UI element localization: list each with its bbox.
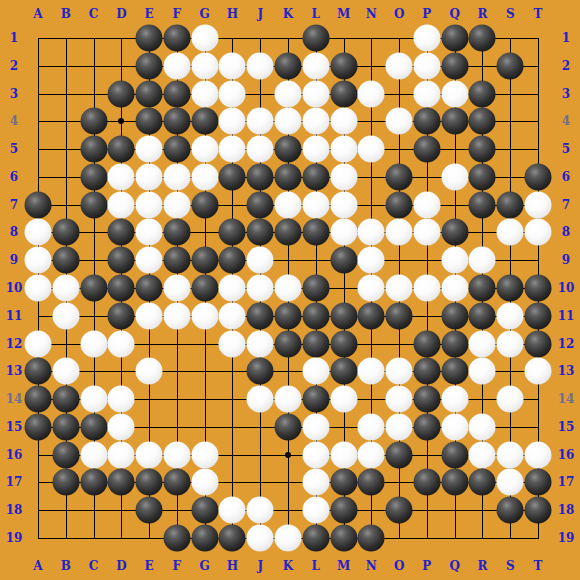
col-label-bottom-C: C [89,560,99,572]
white-stone-F2[interactable] [163,52,190,79]
white-stone-K7[interactable] [275,191,302,218]
white-stone-M5[interactable] [330,136,357,163]
col-label-top-A: A [33,8,42,20]
white-stone-K14[interactable] [275,386,302,413]
white-stone-R15[interactable] [469,413,496,440]
white-stone-H18[interactable] [219,497,246,524]
black-stone-J13[interactable] [247,358,274,385]
white-stone-R13[interactable] [469,358,496,385]
white-stone-H12[interactable] [219,330,246,357]
col-label-bottom-N: N [366,560,377,572]
black-stone-T10[interactable] [525,275,552,302]
black-stone-R3[interactable] [469,80,496,107]
black-stone-G4[interactable] [191,108,218,135]
black-stone-B17[interactable] [52,469,79,496]
black-stone-S2[interactable] [497,52,524,79]
black-stone-R7[interactable] [469,191,496,218]
white-stone-B11[interactable] [52,302,79,329]
black-stone-F9[interactable] [163,247,190,274]
white-stone-J14[interactable] [247,386,274,413]
white-stone-J19[interactable] [247,525,274,552]
white-stone-J5[interactable] [247,136,274,163]
white-stone-O14[interactable] [386,386,413,413]
black-stone-R4[interactable] [469,108,496,135]
white-stone-G17[interactable] [191,469,218,496]
black-stone-H8[interactable] [219,219,246,246]
col-label-top-G: G [200,8,210,20]
black-stone-J8[interactable] [247,219,274,246]
row-label-right-15: 15 [558,421,575,433]
black-stone-R5[interactable] [469,136,496,163]
row-label-left-11: 11 [6,310,23,322]
white-stone-K3[interactable] [275,80,302,107]
col-label-bottom-T: T [534,560,543,572]
white-stone-E6[interactable] [136,163,163,190]
black-stone-K11[interactable] [275,302,302,329]
white-stone-L5[interactable] [302,136,329,163]
col-label-bottom-H: H [227,560,238,572]
col-label-top-R: R [477,8,487,20]
black-stone-N17[interactable] [358,469,385,496]
white-stone-N10[interactable] [358,275,385,302]
white-stone-Q14[interactable] [441,386,468,413]
black-stone-C15[interactable] [80,413,107,440]
row-label-right-3: 3 [562,88,570,100]
white-stone-E5[interactable] [136,136,163,163]
black-stone-R10[interactable] [469,275,496,302]
col-label-top-Q: Q [449,8,459,20]
row-label-left-3: 3 [10,88,18,100]
white-stone-G1[interactable] [191,25,218,52]
row-label-left-9: 9 [10,254,18,266]
white-stone-H10[interactable] [219,275,246,302]
white-stone-J9[interactable] [247,247,274,274]
col-label-top-E: E [145,8,154,20]
col-label-bottom-O: O [394,560,404,572]
white-stone-Q3[interactable] [441,80,468,107]
col-label-bottom-B: B [61,560,71,572]
white-stone-N9[interactable] [358,247,385,274]
white-stone-S12[interactable] [497,330,524,357]
black-stone-T6[interactable] [525,163,552,190]
black-stone-F8[interactable] [163,219,190,246]
white-stone-E11[interactable] [136,302,163,329]
white-stone-N8[interactable] [358,219,385,246]
black-stone-K6[interactable] [275,163,302,190]
white-stone-E13[interactable] [136,358,163,385]
black-stone-L14[interactable] [302,386,329,413]
white-stone-O2[interactable] [386,52,413,79]
black-stone-G10[interactable] [191,275,218,302]
black-stone-P5[interactable] [413,136,440,163]
black-stone-M9[interactable] [330,247,357,274]
black-stone-O16[interactable] [386,441,413,468]
white-stone-O8[interactable] [386,219,413,246]
black-stone-O7[interactable] [386,191,413,218]
black-stone-L12[interactable] [302,330,329,357]
white-stone-C16[interactable] [80,441,107,468]
black-stone-R6[interactable] [469,163,496,190]
white-stone-O15[interactable] [386,413,413,440]
white-stone-F7[interactable] [163,191,190,218]
black-stone-D10[interactable] [108,275,135,302]
white-stone-S16[interactable] [497,441,524,468]
black-stone-L10[interactable] [302,275,329,302]
white-stone-L17[interactable] [302,469,329,496]
white-stone-L18[interactable] [302,497,329,524]
col-label-top-T: T [534,8,543,20]
black-stone-D5[interactable] [108,136,135,163]
white-stone-A8[interactable] [25,219,52,246]
black-stone-K5[interactable] [275,136,302,163]
black-stone-K2[interactable] [275,52,302,79]
black-stone-G19[interactable] [191,525,218,552]
black-stone-C17[interactable] [80,469,107,496]
go-board[interactable]: AABBCCDDEEFFGGHHJJKKLLMMNNOOPPQQRRSSTT11… [0,0,580,580]
white-stone-Q15[interactable] [441,413,468,440]
row-label-right-13: 13 [558,365,575,377]
black-stone-M3[interactable] [330,80,357,107]
white-stone-H4[interactable] [219,108,246,135]
black-stone-D9[interactable] [108,247,135,274]
black-stone-E3[interactable] [136,80,163,107]
white-stone-A9[interactable] [25,247,52,274]
col-label-bottom-R: R [477,560,487,572]
white-stone-H3[interactable] [219,80,246,107]
row-label-left-18: 18 [6,504,23,516]
white-stone-F16[interactable] [163,441,190,468]
col-label-top-K: K [283,8,293,20]
white-stone-H5[interactable] [219,136,246,163]
black-stone-R17[interactable] [469,469,496,496]
white-stone-M8[interactable] [330,219,357,246]
row-label-left-7: 7 [10,199,18,211]
white-stone-Q10[interactable] [441,275,468,302]
white-stone-H2[interactable] [219,52,246,79]
row-label-left-13: 13 [6,365,23,377]
white-stone-G2[interactable] [191,52,218,79]
black-stone-S18[interactable] [497,497,524,524]
white-stone-L3[interactable] [302,80,329,107]
black-stone-N11[interactable] [358,302,385,329]
black-stone-P4[interactable] [413,108,440,135]
black-stone-D8[interactable] [108,219,135,246]
row-label-right-9: 9 [562,254,570,266]
black-stone-Q16[interactable] [441,441,468,468]
white-stone-D6[interactable] [108,163,135,190]
black-stone-F3[interactable] [163,80,190,107]
row-label-right-8: 8 [562,226,570,238]
white-stone-F10[interactable] [163,275,190,302]
black-stone-H6[interactable] [219,163,246,190]
white-stone-K10[interactable] [275,275,302,302]
black-stone-P14[interactable] [413,386,440,413]
white-stone-T8[interactable] [525,219,552,246]
col-label-bottom-G: G [200,560,210,572]
black-stone-K15[interactable] [275,413,302,440]
black-stone-O18[interactable] [386,497,413,524]
white-stone-M4[interactable] [330,108,357,135]
white-stone-O4[interactable] [386,108,413,135]
white-stone-S17[interactable] [497,469,524,496]
white-stone-N15[interactable] [358,413,385,440]
white-stone-G6[interactable] [191,163,218,190]
black-stone-Q8[interactable] [441,219,468,246]
black-stone-Q12[interactable] [441,330,468,357]
white-stone-T13[interactable] [525,358,552,385]
white-stone-Q9[interactable] [441,247,468,274]
white-stone-Q6[interactable] [441,163,468,190]
row-label-right-16: 16 [558,449,575,461]
black-stone-F5[interactable] [163,136,190,163]
black-stone-P17[interactable] [413,469,440,496]
white-stone-M14[interactable] [330,386,357,413]
white-stone-B10[interactable] [52,275,79,302]
black-stone-E4[interactable] [136,108,163,135]
black-stone-T18[interactable] [525,497,552,524]
row-label-left-17: 17 [6,476,23,488]
black-stone-L8[interactable] [302,219,329,246]
black-stone-P15[interactable] [413,413,440,440]
col-label-bottom-S: S [506,560,515,572]
white-stone-R16[interactable] [469,441,496,468]
black-stone-L19[interactable] [302,525,329,552]
white-stone-L7[interactable] [302,191,329,218]
col-label-bottom-K: K [283,560,293,572]
black-stone-F1[interactable] [163,25,190,52]
star-point-D4 [118,118,124,124]
white-stone-T16[interactable] [525,441,552,468]
black-stone-O6[interactable] [386,163,413,190]
white-stone-N3[interactable] [358,80,385,107]
black-stone-N19[interactable] [358,525,385,552]
white-stone-E9[interactable] [136,247,163,274]
black-stone-K8[interactable] [275,219,302,246]
col-label-bottom-Q: Q [449,560,459,572]
row-label-left-14: 14 [6,393,23,405]
white-stone-P1[interactable] [413,25,440,52]
white-stone-E16[interactable] [136,441,163,468]
white-stone-S8[interactable] [497,219,524,246]
row-label-left-15: 15 [6,421,23,433]
black-stone-J11[interactable] [247,302,274,329]
white-stone-J4[interactable] [247,108,274,135]
black-stone-T17[interactable] [525,469,552,496]
black-stone-Q1[interactable] [441,25,468,52]
col-label-top-H: H [227,8,238,20]
col-label-top-J: J [257,8,263,20]
white-stone-L15[interactable] [302,413,329,440]
white-stone-N16[interactable] [358,441,385,468]
white-stone-L13[interactable] [302,358,329,385]
black-stone-H19[interactable] [219,525,246,552]
white-stone-A12[interactable] [25,330,52,357]
black-stone-J7[interactable] [247,191,274,218]
white-stone-P3[interactable] [413,80,440,107]
black-stone-D17[interactable] [108,469,135,496]
white-stone-M16[interactable] [330,441,357,468]
white-stone-A10[interactable] [25,275,52,302]
black-stone-L1[interactable] [302,25,329,52]
white-stone-L4[interactable] [302,108,329,135]
white-stone-K4[interactable] [275,108,302,135]
white-stone-F6[interactable] [163,163,190,190]
white-stone-R9[interactable] [469,247,496,274]
black-stone-B16[interactable] [52,441,79,468]
black-stone-B8[interactable] [52,219,79,246]
black-stone-M12[interactable] [330,330,357,357]
col-label-top-O: O [394,8,404,20]
black-stone-M2[interactable] [330,52,357,79]
col-label-bottom-F: F [173,560,182,572]
white-stone-J12[interactable] [247,330,274,357]
black-stone-K12[interactable] [275,330,302,357]
black-stone-L6[interactable] [302,163,329,190]
white-stone-B13[interactable] [52,358,79,385]
black-stone-S7[interactable] [497,191,524,218]
white-stone-E7[interactable] [136,191,163,218]
black-stone-B15[interactable] [52,413,79,440]
black-stone-H9[interactable] [219,247,246,274]
white-stone-F11[interactable] [163,302,190,329]
black-stone-T11[interactable] [525,302,552,329]
col-label-top-N: N [366,8,377,20]
white-stone-D16[interactable] [108,441,135,468]
white-stone-N5[interactable] [358,136,385,163]
col-label-bottom-L: L [312,560,320,572]
row-label-left-2: 2 [10,60,18,72]
white-stone-D15[interactable] [108,413,135,440]
black-stone-O11[interactable] [386,302,413,329]
white-stone-G11[interactable] [191,302,218,329]
col-label-top-L: L [312,8,320,20]
black-stone-Q11[interactable] [441,302,468,329]
star-point-K16 [285,452,291,458]
white-stone-G16[interactable] [191,441,218,468]
black-stone-F4[interactable] [163,108,190,135]
black-stone-G18[interactable] [191,497,218,524]
black-stone-E10[interactable] [136,275,163,302]
black-stone-Q17[interactable] [441,469,468,496]
black-stone-P13[interactable] [413,358,440,385]
black-stone-A13[interactable] [25,358,52,385]
black-stone-M18[interactable] [330,497,357,524]
col-label-top-P: P [422,8,431,20]
black-stone-T12[interactable] [525,330,552,357]
white-stone-D14[interactable] [108,386,135,413]
white-stone-J10[interactable] [247,275,274,302]
black-stone-M19[interactable] [330,525,357,552]
white-stone-G5[interactable] [191,136,218,163]
black-stone-C5[interactable] [80,136,107,163]
row-label-right-14: 14 [558,393,575,405]
white-stone-C14[interactable] [80,386,107,413]
white-stone-L2[interactable] [302,52,329,79]
white-stone-S11[interactable] [497,302,524,329]
row-label-left-19: 19 [6,532,23,544]
col-label-top-S: S [506,8,515,20]
white-stone-D12[interactable] [108,330,135,357]
black-stone-C10[interactable] [80,275,107,302]
black-stone-E1[interactable] [136,25,163,52]
white-stone-K19[interactable] [275,525,302,552]
white-stone-D7[interactable] [108,191,135,218]
white-stone-P8[interactable] [413,219,440,246]
black-stone-E18[interactable] [136,497,163,524]
col-label-top-M: M [337,8,350,20]
white-stone-J18[interactable] [247,497,274,524]
white-stone-M6[interactable] [330,163,357,190]
white-stone-S14[interactable] [497,386,524,413]
black-stone-P12[interactable] [413,330,440,357]
black-stone-B9[interactable] [52,247,79,274]
black-stone-D11[interactable] [108,302,135,329]
white-stone-P7[interactable] [413,191,440,218]
black-stone-J6[interactable] [247,163,274,190]
black-stone-E17[interactable] [136,469,163,496]
black-stone-Q2[interactable] [441,52,468,79]
black-stone-A7[interactable] [25,191,52,218]
white-stone-J2[interactable] [247,52,274,79]
black-stone-C6[interactable] [80,163,107,190]
white-stone-M7[interactable] [330,191,357,218]
col-label-top-B: B [61,8,71,20]
black-stone-C4[interactable] [80,108,107,135]
white-stone-P10[interactable] [413,275,440,302]
white-stone-O13[interactable] [386,358,413,385]
black-stone-R1[interactable] [469,25,496,52]
black-stone-M11[interactable] [330,302,357,329]
row-label-right-5: 5 [562,143,570,155]
white-stone-P2[interactable] [413,52,440,79]
black-stone-E2[interactable] [136,52,163,79]
col-label-top-D: D [116,8,126,20]
black-stone-C7[interactable] [80,191,107,218]
white-stone-C12[interactable] [80,330,107,357]
col-label-bottom-D: D [116,560,126,572]
white-stone-T7[interactable] [525,191,552,218]
black-stone-G7[interactable] [191,191,218,218]
black-stone-A14[interactable] [25,386,52,413]
white-stone-R12[interactable] [469,330,496,357]
black-stone-D3[interactable] [108,80,135,107]
white-stone-E8[interactable] [136,219,163,246]
black-stone-F19[interactable] [163,525,190,552]
black-stone-M17[interactable] [330,469,357,496]
white-stone-L16[interactable] [302,441,329,468]
row-label-right-19: 19 [558,532,575,544]
white-stone-N13[interactable] [358,358,385,385]
row-label-right-10: 10 [558,282,575,294]
black-stone-M13[interactable] [330,358,357,385]
black-stone-Q4[interactable] [441,108,468,135]
black-stone-G9[interactable] [191,247,218,274]
black-stone-B14[interactable] [52,386,79,413]
black-stone-R11[interactable] [469,302,496,329]
black-stone-F17[interactable] [163,469,190,496]
col-label-bottom-M: M [337,560,350,572]
col-label-bottom-J: J [257,560,263,572]
black-stone-Q13[interactable] [441,358,468,385]
row-label-right-6: 6 [562,171,570,183]
white-stone-G3[interactable] [191,80,218,107]
white-stone-H11[interactable] [219,302,246,329]
row-label-right-12: 12 [558,338,575,350]
white-stone-O10[interactable] [386,275,413,302]
black-stone-S10[interactable] [497,275,524,302]
black-stone-L11[interactable] [302,302,329,329]
black-stone-A15[interactable] [25,413,52,440]
